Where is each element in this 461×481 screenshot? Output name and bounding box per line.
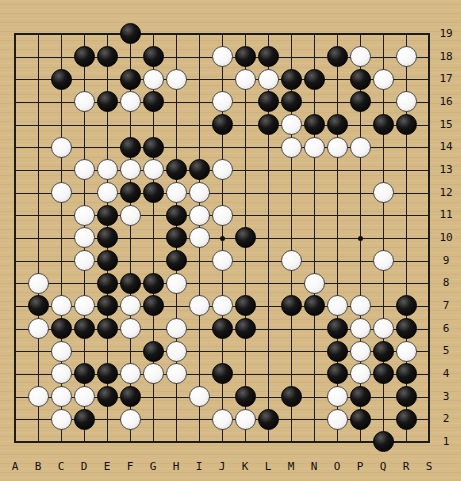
intersection[interactable] [4,68,27,91]
intersection[interactable] [349,430,372,453]
black-stone[interactable] [396,318,417,339]
intersection[interactable] [280,181,303,204]
intersection[interactable] [27,294,50,317]
intersection[interactable] [73,249,96,272]
black-stone[interactable] [258,91,279,112]
intersection[interactable] [372,113,395,136]
intersection[interactable] [234,113,257,136]
intersection[interactable] [257,408,280,431]
intersection[interactable] [349,91,372,114]
intersection[interactable] [165,136,188,159]
white-stone[interactable] [327,295,348,316]
white-stone[interactable] [97,182,118,203]
intersection[interactable] [326,249,349,272]
white-stone[interactable] [51,409,72,430]
intersection[interactable] [234,204,257,227]
intersection[interactable] [4,204,27,227]
intersection[interactable] [96,227,119,250]
intersection[interactable] [349,408,372,431]
intersection[interactable] [395,23,418,46]
white-stone[interactable] [74,250,95,271]
white-stone[interactable] [74,227,95,248]
black-stone[interactable] [235,295,256,316]
intersection[interactable] [234,249,257,272]
white-stone[interactable] [212,205,233,226]
black-stone[interactable] [350,69,371,90]
intersection[interactable] [73,45,96,68]
intersection[interactable] [27,181,50,204]
intersection[interactable] [165,317,188,340]
intersection[interactable] [73,159,96,182]
intersection[interactable] [188,136,211,159]
intersection[interactable] [372,68,395,91]
intersection[interactable] [50,340,73,363]
intersection[interactable] [372,23,395,46]
intersection[interactable] [73,181,96,204]
intersection[interactable] [349,272,372,295]
black-stone[interactable] [74,318,95,339]
intersection[interactable] [395,91,418,114]
white-stone[interactable] [51,137,72,158]
black-stone[interactable] [166,227,187,248]
white-stone[interactable] [235,409,256,430]
intersection[interactable] [326,45,349,68]
intersection[interactable] [73,385,96,408]
intersection[interactable] [188,317,211,340]
white-stone[interactable] [28,318,49,339]
intersection[interactable] [27,45,50,68]
black-stone[interactable] [258,46,279,67]
intersection[interactable] [4,45,27,68]
intersection[interactable] [257,317,280,340]
black-stone[interactable] [327,318,348,339]
intersection[interactable] [303,317,326,340]
intersection[interactable] [165,45,188,68]
intersection[interactable] [234,408,257,431]
intersection[interactable] [395,385,418,408]
white-stone[interactable] [212,91,233,112]
intersection[interactable] [303,159,326,182]
intersection[interactable] [211,181,234,204]
white-stone[interactable] [74,295,95,316]
intersection[interactable] [395,294,418,317]
intersection[interactable] [119,204,142,227]
intersection[interactable] [188,204,211,227]
white-stone[interactable] [74,91,95,112]
intersection[interactable] [372,430,395,453]
white-stone[interactable] [327,137,348,158]
intersection[interactable] [4,136,27,159]
intersection[interactable] [372,181,395,204]
black-stone[interactable] [373,363,394,384]
intersection[interactable] [50,204,73,227]
intersection[interactable] [73,272,96,295]
intersection[interactable] [50,227,73,250]
black-stone[interactable] [258,409,279,430]
intersection[interactable] [303,294,326,317]
intersection[interactable] [4,249,27,272]
black-stone[interactable] [235,318,256,339]
intersection[interactable] [119,340,142,363]
black-stone[interactable] [304,114,325,135]
white-stone[interactable] [189,295,210,316]
intersection[interactable] [188,91,211,114]
white-stone[interactable] [97,159,118,180]
black-stone[interactable] [327,341,348,362]
black-stone[interactable] [396,409,417,430]
intersection[interactable] [119,294,142,317]
intersection[interactable] [280,23,303,46]
intersection[interactable] [73,430,96,453]
white-stone[interactable] [212,409,233,430]
intersection[interactable] [372,317,395,340]
intersection[interactable] [142,249,165,272]
intersection[interactable] [119,91,142,114]
intersection[interactable] [165,294,188,317]
intersection[interactable] [142,408,165,431]
intersection[interactable] [73,294,96,317]
black-stone[interactable] [212,114,233,135]
white-stone[interactable] [120,363,141,384]
intersection[interactable] [73,91,96,114]
black-stone[interactable] [281,295,302,316]
black-stone[interactable] [304,69,325,90]
intersection[interactable] [211,45,234,68]
black-stone[interactable] [350,91,371,112]
intersection[interactable] [211,68,234,91]
intersection[interactable] [211,113,234,136]
intersection[interactable] [280,68,303,91]
intersection[interactable] [257,227,280,250]
intersection[interactable] [119,317,142,340]
intersection[interactable] [211,23,234,46]
black-stone[interactable] [143,295,164,316]
white-stone[interactable] [235,69,256,90]
intersection[interactable] [119,249,142,272]
intersection[interactable] [96,45,119,68]
black-stone[interactable] [74,46,95,67]
intersection[interactable] [372,159,395,182]
intersection[interactable] [27,362,50,385]
intersection[interactable] [96,385,119,408]
intersection[interactable] [142,340,165,363]
intersection[interactable] [326,294,349,317]
white-stone[interactable] [143,159,164,180]
intersection[interactable] [96,294,119,317]
intersection[interactable] [50,113,73,136]
black-stone[interactable] [51,318,72,339]
white-stone[interactable] [166,69,187,90]
intersection[interactable] [211,385,234,408]
white-stone[interactable] [120,318,141,339]
intersection[interactable] [280,113,303,136]
intersection[interactable] [50,45,73,68]
intersection[interactable] [395,204,418,227]
intersection[interactable] [142,68,165,91]
intersection[interactable] [326,181,349,204]
intersection[interactable] [50,68,73,91]
intersection[interactable] [27,408,50,431]
intersection[interactable] [303,227,326,250]
intersection[interactable] [280,317,303,340]
intersection[interactable] [349,340,372,363]
intersection[interactable] [257,385,280,408]
intersection[interactable] [142,23,165,46]
intersection[interactable] [211,227,234,250]
intersection[interactable] [142,181,165,204]
black-stone[interactable] [143,91,164,112]
black-stone[interactable] [235,227,256,248]
intersection[interactable] [303,430,326,453]
white-stone[interactable] [212,250,233,271]
black-stone[interactable] [120,273,141,294]
intersection[interactable] [165,249,188,272]
intersection[interactable] [188,385,211,408]
intersection[interactable] [50,317,73,340]
intersection[interactable] [165,204,188,227]
intersection[interactable] [50,430,73,453]
intersection[interactable] [165,181,188,204]
white-stone[interactable] [120,295,141,316]
intersection[interactable] [303,408,326,431]
black-stone[interactable] [281,386,302,407]
intersection[interactable] [27,430,50,453]
intersection[interactable] [119,272,142,295]
intersection[interactable] [349,317,372,340]
intersection[interactable] [234,362,257,385]
intersection[interactable] [234,227,257,250]
intersection[interactable] [395,68,418,91]
white-stone[interactable] [212,295,233,316]
intersection[interactable] [4,91,27,114]
intersection[interactable] [73,227,96,250]
intersection[interactable] [303,362,326,385]
intersection[interactable] [188,340,211,363]
intersection[interactable] [326,68,349,91]
black-stone[interactable] [97,273,118,294]
black-stone[interactable] [350,386,371,407]
white-stone[interactable] [350,46,371,67]
intersection[interactable] [96,249,119,272]
black-stone[interactable] [120,182,141,203]
intersection[interactable] [142,430,165,453]
intersection[interactable] [188,227,211,250]
intersection[interactable] [349,136,372,159]
black-stone[interactable] [143,46,164,67]
intersection[interactable] [372,408,395,431]
intersection[interactable] [4,181,27,204]
white-stone[interactable] [51,182,72,203]
black-stone[interactable] [143,273,164,294]
intersection[interactable] [303,181,326,204]
black-stone[interactable] [51,69,72,90]
intersection[interactable] [73,340,96,363]
intersection[interactable] [234,136,257,159]
black-stone[interactable] [373,114,394,135]
white-stone[interactable] [350,137,371,158]
white-stone[interactable] [166,318,187,339]
intersection[interactable] [372,204,395,227]
intersection[interactable] [257,91,280,114]
white-stone[interactable] [189,205,210,226]
intersection[interactable] [326,272,349,295]
intersection[interactable] [188,23,211,46]
intersection[interactable] [4,159,27,182]
intersection[interactable] [50,294,73,317]
intersection[interactable] [50,136,73,159]
intersection[interactable] [257,340,280,363]
white-stone[interactable] [350,341,371,362]
intersection[interactable] [257,181,280,204]
intersection[interactable] [119,181,142,204]
intersection[interactable] [119,430,142,453]
intersection[interactable] [372,91,395,114]
intersection[interactable] [395,408,418,431]
intersection[interactable] [96,408,119,431]
intersection[interactable] [303,385,326,408]
intersection[interactable] [211,272,234,295]
intersection[interactable] [280,136,303,159]
intersection[interactable] [234,91,257,114]
intersection[interactable] [234,317,257,340]
intersection[interactable] [4,227,27,250]
intersection[interactable] [4,294,27,317]
intersection[interactable] [165,23,188,46]
intersection[interactable] [96,136,119,159]
white-stone[interactable] [28,273,49,294]
intersection[interactable] [372,136,395,159]
intersection[interactable] [73,317,96,340]
intersection[interactable] [257,68,280,91]
intersection[interactable] [27,272,50,295]
intersection[interactable] [27,317,50,340]
intersection[interactable] [50,159,73,182]
intersection[interactable] [349,227,372,250]
intersection[interactable] [96,91,119,114]
intersection[interactable] [234,430,257,453]
intersection[interactable] [257,362,280,385]
black-stone[interactable] [304,295,325,316]
intersection[interactable] [211,136,234,159]
intersection[interactable] [326,23,349,46]
intersection[interactable] [257,23,280,46]
intersection[interactable] [280,294,303,317]
black-stone[interactable] [120,69,141,90]
intersection[interactable] [188,408,211,431]
intersection[interactable] [257,136,280,159]
intersection[interactable] [326,362,349,385]
intersection[interactable] [280,45,303,68]
intersection[interactable] [326,385,349,408]
intersection[interactable] [119,385,142,408]
intersection[interactable] [50,362,73,385]
intersection[interactable] [326,91,349,114]
intersection[interactable] [50,23,73,46]
intersection[interactable] [211,317,234,340]
intersection[interactable] [280,204,303,227]
white-stone[interactable] [166,273,187,294]
intersection[interactable] [303,23,326,46]
intersection[interactable] [303,68,326,91]
white-stone[interactable] [373,250,394,271]
intersection[interactable] [27,340,50,363]
intersection[interactable] [165,159,188,182]
intersection[interactable] [303,45,326,68]
black-stone[interactable] [212,318,233,339]
black-stone[interactable] [327,114,348,135]
black-stone[interactable] [97,46,118,67]
intersection[interactable] [349,68,372,91]
intersection[interactable] [280,91,303,114]
white-stone[interactable] [120,91,141,112]
black-stone[interactable] [281,69,302,90]
white-stone[interactable] [189,227,210,248]
black-stone[interactable] [97,250,118,271]
intersection[interactable] [280,385,303,408]
intersection[interactable] [165,385,188,408]
black-stone[interactable] [327,46,348,67]
intersection[interactable] [257,159,280,182]
black-stone[interactable] [120,23,141,44]
intersection[interactable] [188,181,211,204]
white-stone[interactable] [28,386,49,407]
intersection[interactable] [50,91,73,114]
intersection[interactable] [27,227,50,250]
intersection[interactable] [303,204,326,227]
intersection[interactable] [326,136,349,159]
intersection[interactable] [27,113,50,136]
intersection[interactable] [372,362,395,385]
intersection[interactable] [211,430,234,453]
intersection[interactable] [165,227,188,250]
intersection[interactable] [326,317,349,340]
intersection[interactable] [96,159,119,182]
black-stone[interactable] [143,137,164,158]
intersection[interactable] [326,113,349,136]
black-stone[interactable] [373,341,394,362]
white-stone[interactable] [327,409,348,430]
intersection[interactable] [96,362,119,385]
intersection[interactable] [96,204,119,227]
white-stone[interactable] [189,386,210,407]
intersection[interactable] [257,204,280,227]
intersection[interactable] [96,340,119,363]
intersection[interactable] [4,113,27,136]
intersection[interactable] [119,23,142,46]
intersection[interactable] [280,159,303,182]
intersection[interactable] [349,249,372,272]
intersection[interactable] [4,272,27,295]
intersection[interactable] [395,113,418,136]
white-stone[interactable] [373,318,394,339]
intersection[interactable] [280,340,303,363]
intersection[interactable] [211,159,234,182]
intersection[interactable] [257,430,280,453]
white-stone[interactable] [350,295,371,316]
intersection[interactable] [326,408,349,431]
black-stone[interactable] [396,363,417,384]
intersection[interactable] [303,340,326,363]
intersection[interactable] [165,272,188,295]
intersection[interactable] [349,23,372,46]
intersection[interactable] [73,362,96,385]
intersection[interactable] [280,362,303,385]
intersection[interactable] [257,113,280,136]
intersection[interactable] [142,362,165,385]
intersection[interactable] [395,340,418,363]
intersection[interactable] [395,181,418,204]
intersection[interactable] [73,113,96,136]
